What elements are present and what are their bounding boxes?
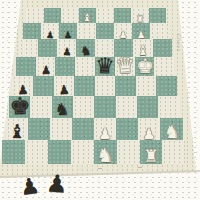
- piece-black-bishop-a2: ♝: [8, 123, 25, 141]
- square-b6: [38, 39, 57, 57]
- margin-mark: [98, 168, 102, 169]
- square-e4: [95, 76, 116, 96]
- square-h5: [154, 57, 174, 76]
- piece-black-pawn-c6: ♟: [62, 47, 72, 57]
- square-g3: [137, 96, 158, 118]
- square-a3: ♚: [9, 96, 30, 118]
- square-d2: [72, 118, 94, 141]
- rank-7: ♟♟♟♟: [23, 23, 169, 39]
- square-g7: ♟: [132, 23, 150, 39]
- piece-white-knight-h2: ♞: [163, 123, 180, 140]
- square-b3: [30, 96, 51, 118]
- square-g5: ♚: [135, 57, 155, 76]
- piece-white-pawn-g2: ♟: [143, 126, 157, 140]
- square-f2: [116, 118, 138, 141]
- piece-white-pawn-e2: ♟: [98, 127, 111, 141]
- square-d7: [77, 23, 95, 39]
- piece-black-pawn-c7: ♟: [64, 31, 73, 40]
- square-g6: ♝: [133, 39, 152, 57]
- square-c1: [48, 140, 71, 164]
- board-photo: ♝♜♟♟♟♟♟♞♝♟♛♛♚♟♟♚♞♝♟♟♞♞♜ Chess ❖ ♟♟: [0, 0, 200, 200]
- square-c2: [50, 118, 72, 141]
- square-h6: [153, 39, 172, 57]
- piece-white-pawn-f7: ♟: [119, 31, 128, 40]
- piece-black-king-a3: ♚: [9, 95, 31, 117]
- square-g1: ♜: [140, 140, 163, 164]
- square-h4: [156, 76, 177, 96]
- square-h3: [158, 96, 179, 118]
- piece-black-pawn-b7: ♟: [45, 30, 54, 39]
- square-e8: [96, 8, 114, 23]
- square-e1: ♞: [94, 140, 117, 164]
- square-b1: [25, 140, 48, 164]
- piece-black-pawn-c4: ♟: [58, 84, 70, 96]
- rank-4: ♟♟: [12, 76, 177, 96]
- square-f6: [114, 39, 133, 57]
- square-f8: [114, 8, 132, 23]
- square-b5: ♟: [36, 57, 56, 76]
- rank-1: ♞♜: [2, 140, 185, 164]
- square-e5: ♛: [95, 57, 115, 76]
- square-d4: [74, 76, 95, 96]
- piece-black-queen-e5: ♛: [95, 56, 115, 77]
- square-f3: [116, 96, 137, 118]
- piece-white-bishop-d8: ♝: [82, 13, 92, 23]
- square-h1: [162, 140, 185, 164]
- square-b7: ♟: [41, 23, 59, 39]
- rank-8: ♝♜: [26, 8, 166, 23]
- square-d6: ♞: [76, 39, 95, 57]
- square-b2: [28, 118, 50, 141]
- rank-5: ♟♛♛♚: [16, 57, 174, 76]
- square-e2: ♟: [94, 118, 116, 141]
- square-f4: [115, 76, 136, 96]
- piece-white-bishop-g6: ♝: [137, 45, 149, 57]
- square-b4: [33, 76, 54, 96]
- square-h7: [150, 23, 168, 39]
- captured-black-pawn: ♟: [19, 176, 41, 199]
- margin-mark: [138, 167, 142, 168]
- square-g2: ♟: [138, 118, 160, 141]
- board-brand-text: Chess: [176, 34, 181, 52]
- square-a1: [2, 140, 25, 164]
- piece-black-pawn-b5: ♟: [40, 65, 51, 76]
- square-g4: [136, 76, 157, 96]
- piece-white-pawn-g7: ♟: [137, 30, 146, 39]
- rank-6: ♟♞♝: [19, 39, 171, 57]
- captured-black-pawn: ♟: [45, 172, 68, 196]
- square-c7: ♟: [59, 23, 77, 39]
- square-e7: [96, 23, 114, 39]
- square-b8: [44, 8, 62, 23]
- rank-2: ♝♟♟♞: [6, 118, 183, 141]
- square-h2: ♞: [160, 118, 182, 141]
- square-d8: ♝: [79, 8, 97, 23]
- piece-black-pawn-a4: ♟: [17, 84, 29, 96]
- square-c6: ♟: [57, 39, 76, 57]
- square-h8: [149, 8, 167, 23]
- square-a4: ♟: [12, 76, 33, 96]
- piece-white-rook-g1: ♜: [143, 149, 158, 165]
- square-e3: [94, 96, 115, 118]
- square-d1: [71, 140, 94, 164]
- rank-3: ♚♞: [9, 96, 180, 118]
- square-a7: [23, 23, 41, 39]
- square-d5: [75, 57, 95, 76]
- square-e6: [95, 39, 114, 57]
- square-f5: ♛: [115, 57, 135, 76]
- piece-white-rook-g8: ♜: [135, 14, 144, 23]
- piece-black-knight-d6: ♞: [80, 45, 92, 58]
- piece-black-knight-c3: ♞: [55, 102, 71, 118]
- square-c5: [55, 57, 75, 76]
- square-g8: ♜: [131, 8, 149, 23]
- piece-white-queen-f5: ♛: [115, 55, 135, 76]
- piece-white-king-g5: ♚: [135, 57, 153, 76]
- square-a6: [19, 39, 38, 57]
- square-f7: ♟: [114, 23, 132, 39]
- square-c8: [61, 8, 79, 23]
- square-d3: [73, 96, 94, 118]
- square-c3: ♞: [52, 96, 73, 118]
- square-a5: [16, 57, 36, 76]
- piece-white-knight-e1: ♞: [96, 146, 114, 164]
- square-a8: [26, 8, 44, 23]
- square-f1: [117, 140, 140, 164]
- square-c4: ♟: [54, 76, 75, 96]
- square-a2: ♝: [6, 118, 28, 141]
